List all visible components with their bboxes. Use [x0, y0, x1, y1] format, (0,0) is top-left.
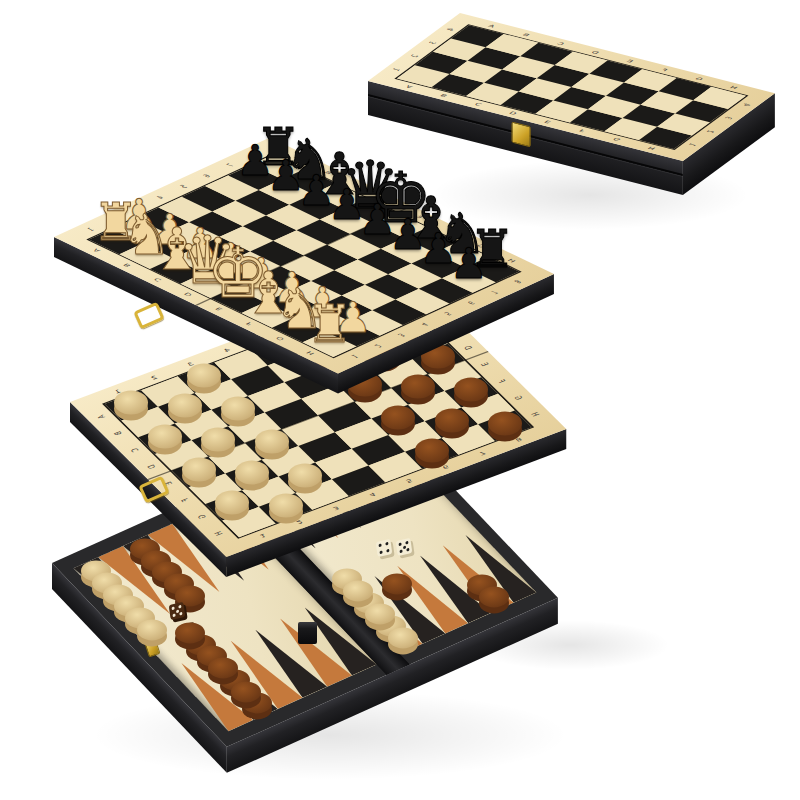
checker-top: [137, 619, 167, 640]
coordinate-label: 7: [477, 450, 486, 456]
die-pip: [179, 612, 182, 616]
coordinate-label: 8: [512, 279, 523, 284]
coordinate-label: C: [129, 447, 141, 453]
checker-top: [208, 658, 238, 679]
coordinate-label: 4: [445, 27, 456, 31]
checker-top: [175, 622, 205, 643]
coordinate-label: 2: [409, 54, 420, 58]
light-checker: [215, 491, 249, 515]
coordinate-label: 3: [331, 505, 340, 511]
coordinate-label: G: [512, 395, 524, 401]
backgammon-checker-brown: [231, 681, 261, 702]
brown-checker: [454, 378, 488, 402]
coordinate-label: H: [213, 530, 225, 536]
light-checker: [255, 430, 289, 454]
checker-top: [479, 586, 509, 607]
checker-top: [182, 458, 216, 482]
light-checker: [235, 461, 269, 485]
checker-top: [187, 363, 221, 387]
coordinate-label: 1: [391, 67, 402, 71]
coordinate-label: G: [612, 137, 623, 142]
die-pip: [386, 549, 389, 553]
checker-top: [215, 491, 249, 515]
backgammon-checker-brown: [175, 622, 205, 643]
light-checker: [182, 458, 216, 482]
coordinate-label: 4: [222, 347, 231, 353]
coordinate-label: 1: [258, 533, 267, 539]
die-pip: [379, 544, 382, 548]
die-pip: [385, 542, 388, 546]
coordinate-label: 1: [349, 354, 360, 359]
light-checker: [168, 394, 202, 418]
checker-top: [401, 375, 435, 399]
checker-top: [201, 427, 235, 451]
backgammon-checker-light: [388, 627, 418, 648]
checker-top: [382, 573, 412, 594]
coordinate-label: B: [521, 32, 531, 37]
checker-top: [415, 439, 449, 463]
backgammon-checker-light: [137, 619, 167, 640]
die-pip: [173, 613, 176, 617]
die-pip: [406, 548, 409, 552]
brown-checker: [381, 405, 415, 429]
checker-top: [365, 604, 395, 625]
checker-top: [231, 681, 261, 702]
checker-top: [114, 391, 148, 415]
checker-top: [168, 394, 202, 418]
coordinate-label: E: [625, 59, 634, 64]
brown-checker: [488, 411, 522, 435]
coordinate-label: 4: [368, 491, 377, 497]
checker-top: [221, 397, 255, 421]
coordinate-label: 4: [419, 322, 430, 327]
checker-top: [269, 494, 303, 518]
light-checker: [269, 494, 303, 518]
coordinate-label: 4: [741, 103, 752, 107]
product-photo-scene: AABBCCDDEEFFGGHH11223344 AABBCCDDEEFFGGH…: [0, 0, 800, 800]
coordinate-label: B: [112, 430, 124, 436]
coordinate-label: 5: [404, 478, 413, 484]
coordinate-label: C: [556, 41, 566, 46]
coordinate-label: H: [529, 411, 541, 417]
doubling-cube: [298, 622, 317, 644]
coordinate-label: 5: [442, 311, 453, 316]
black-pawn: ♟: [450, 243, 488, 285]
coordinate-label: 1: [687, 143, 698, 147]
coordinate-label: 6: [465, 300, 476, 305]
backgammon-checker-brown: [382, 573, 412, 594]
coordinate-label: G: [196, 514, 208, 520]
coordinate-label: C: [474, 102, 484, 107]
light-checker: [187, 363, 221, 387]
coordinate-label: D: [146, 464, 158, 470]
die-pip: [400, 549, 403, 553]
checker-top: [388, 627, 418, 648]
brown-checker: [401, 375, 435, 399]
coordinate-label: 3: [723, 116, 734, 120]
coordinate-label: B: [439, 93, 449, 98]
checker-top: [235, 461, 269, 485]
coordinate-label: D: [590, 50, 601, 55]
checker-top: [435, 408, 469, 432]
checker-top: [148, 424, 182, 448]
die-pip: [178, 605, 181, 609]
coordinate-label: 3: [427, 41, 438, 45]
light-checker: [201, 427, 235, 451]
brown-checker: [415, 439, 449, 463]
light-checker: [148, 424, 182, 448]
coordinate-label: A: [486, 24, 496, 29]
coordinate-label: 3: [396, 332, 407, 337]
coordinate-label: 7: [224, 163, 235, 168]
gold-clasp-icon: [512, 122, 531, 148]
coordinate-label: F: [180, 497, 191, 503]
checker-top: [255, 430, 289, 454]
coordinate-label: A: [404, 84, 414, 89]
white-rook: ♜: [306, 299, 353, 351]
backgammon-checker-brown: [208, 658, 238, 679]
checker-top: [454, 378, 488, 402]
coordinate-label: F: [496, 378, 507, 384]
coordinate-label: D: [462, 345, 474, 351]
coordinate-label: E: [479, 361, 491, 367]
backgammon-checker-brown: [479, 586, 509, 607]
coordinate-label: G: [694, 76, 705, 81]
backgammon-checker-light: [343, 580, 373, 601]
checker-top: [288, 463, 322, 487]
coordinate-label: A: [95, 414, 107, 420]
coordinate-label: 6: [201, 173, 212, 178]
die-pip: [405, 541, 408, 545]
coordinate-label: H: [728, 85, 738, 90]
light-checker: [114, 391, 148, 415]
coordinate-label: F: [578, 128, 587, 132]
coordinate-label: 2: [705, 129, 716, 133]
coordinate-label: 7: [489, 290, 500, 295]
backgammon-checker-light: [365, 604, 395, 625]
coordinate-label: E: [543, 119, 552, 124]
die-pip: [380, 550, 383, 554]
checker-top: [488, 411, 522, 435]
coordinate-label: H: [646, 146, 656, 151]
checker-top: [343, 580, 373, 601]
light-checker: [221, 397, 255, 421]
brown-checker: [435, 408, 469, 432]
coordinate-label: 5: [178, 184, 189, 189]
coordinate-label: D: [508, 111, 519, 116]
coordinate-label: 2: [373, 343, 384, 348]
coordinate-label: 2: [149, 375, 158, 381]
coordinate-label: F: [660, 68, 669, 72]
light-checker: [288, 463, 322, 487]
checker-top: [381, 405, 415, 429]
